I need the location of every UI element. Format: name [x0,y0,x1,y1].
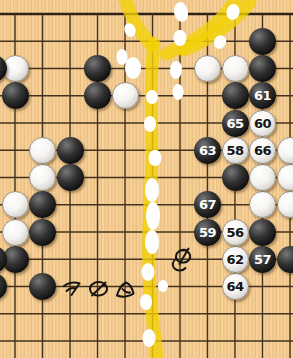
white-stone [2,219,29,246]
white-stone-58: 58 [222,137,249,164]
whiteout-blob [125,57,141,79]
black-stone [84,55,111,82]
white-stone [2,191,29,218]
whiteout-blob [172,1,189,23]
whiteout-blob [149,150,162,166]
whiteout-blob [174,30,187,46]
black-stone-63: 63 [194,137,221,164]
white-stone [249,164,276,191]
white-stone-62: 62 [222,246,249,273]
white-stone-64: 64 [222,273,249,300]
black-stone [57,164,84,191]
black-stone [222,164,249,191]
pen-mark-slashed-oval [90,282,107,296]
black-stone-59: 59 [194,219,221,246]
whiteout-blob [143,329,156,347]
whiteout-blob [169,61,183,80]
go-board: 616560635866675956625764 [0,0,293,358]
whiteout-blob [145,178,159,202]
white-stone [29,164,56,191]
white-stone [194,55,221,82]
black-stone [29,219,56,246]
black-stone [222,82,249,109]
black-stone [29,273,56,300]
whiteout-blob [144,116,156,132]
black-stone [57,137,84,164]
black-stone-57: 57 [249,246,276,273]
whiteout-blob [142,263,155,281]
black-stone [2,82,29,109]
whiteout-blob [140,294,152,310]
black-stone [249,219,276,246]
whiteout-blob [146,90,158,104]
white-stone-60: 60 [249,110,276,137]
whiteout-blob [158,280,168,292]
black-stone [249,28,276,55]
highlighter-stroke [123,0,152,46]
whiteout-blob [117,49,128,65]
white-stone-56: 56 [222,219,249,246]
whiteout-blob [146,202,160,230]
whiteout-blob [145,230,159,254]
pen-mark-seven [64,282,80,295]
white-stone [222,55,249,82]
white-stone [29,137,56,164]
whiteout-blob [173,84,184,100]
white-stone-66: 66 [249,137,276,164]
black-stone-65: 65 [222,110,249,137]
black-stone [249,55,276,82]
white-stone [112,82,139,109]
